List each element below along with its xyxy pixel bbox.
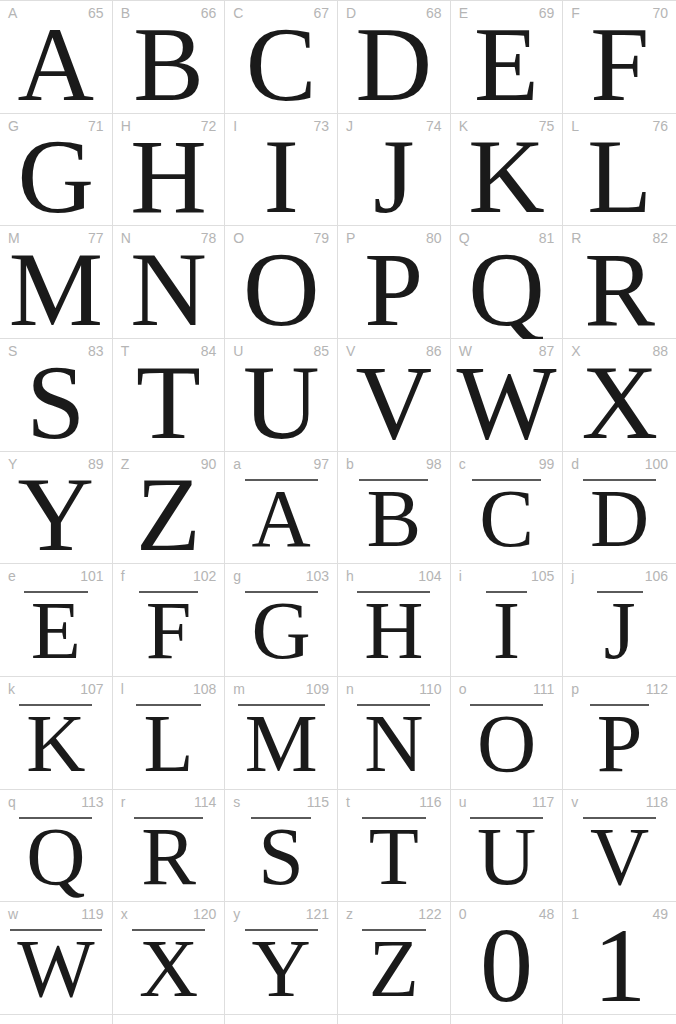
glyph: T: [362, 817, 426, 890]
glyph-wrap: 1: [563, 902, 676, 1014]
glyph-cell: w 119 W: [0, 902, 113, 1015]
glyph-cell: a 97 A: [225, 452, 338, 565]
glyph-wrap: M: [0, 226, 112, 338]
glyph: V: [583, 817, 656, 890]
glyph-wrap: B: [113, 1, 225, 113]
glyph: R: [584, 237, 655, 343]
glyph-wrap: D: [338, 1, 450, 113]
glyph: Z: [136, 462, 201, 568]
glyph-wrap: I: [451, 564, 563, 676]
glyph: F: [139, 591, 199, 664]
glyph-cell: z 122 Z: [338, 902, 451, 1015]
glyph: K: [19, 704, 92, 777]
glyph: B: [133, 12, 204, 118]
glyph: 0: [480, 913, 533, 1019]
glyph-cell: d 100 D: [563, 452, 676, 565]
glyph-wrap: V: [338, 339, 450, 451]
glyph: U: [243, 350, 320, 456]
glyph: D: [356, 12, 433, 118]
glyph-wrap: D: [563, 452, 676, 564]
glyph-wrap: P: [563, 677, 676, 789]
glyph-wrap: O: [451, 677, 563, 789]
glyph: O: [470, 704, 543, 777]
glyph-cell: 1 49 1: [563, 902, 676, 1015]
glyph-wrap: J: [338, 114, 450, 226]
glyph-cell: 0 48 0: [451, 902, 564, 1015]
glyph-wrap: A: [0, 1, 112, 113]
glyph: E: [474, 12, 539, 118]
glyph: C: [472, 479, 541, 552]
glyph-cell: D 68 D: [338, 1, 451, 114]
glyph: K: [468, 124, 545, 230]
glyph-cell-partial: [338, 1015, 451, 1024]
glyph-cell: m 109 M: [225, 677, 338, 790]
glyph-wrap: Y: [0, 452, 112, 564]
glyph-wrap: N: [113, 226, 225, 338]
glyph: I: [264, 124, 299, 230]
glyph-cell: n 110 N: [338, 677, 451, 790]
glyph-wrap: E: [0, 564, 112, 676]
glyph: X: [581, 350, 658, 456]
glyph-cell: l 108 L: [113, 677, 226, 790]
glyph: 1: [593, 913, 646, 1019]
glyph-wrap: T: [113, 339, 225, 451]
glyph: Q: [468, 237, 545, 343]
glyph-cell-partial: [113, 1015, 226, 1024]
glyph: V: [356, 350, 433, 456]
glyph: M: [9, 237, 103, 343]
glyph-cell: b 98 B: [338, 452, 451, 565]
glyph-cell: S 83 S: [0, 339, 113, 452]
glyph-cell: L 76 L: [563, 114, 676, 227]
glyph-cell: q 113 Q: [0, 790, 113, 903]
glyph-cell: K 75 K: [451, 114, 564, 227]
glyph-cell: F 70 F: [563, 1, 676, 114]
glyph-cell: g 103 G: [225, 564, 338, 677]
glyph-wrap: J: [563, 564, 676, 676]
glyph: N: [357, 704, 430, 777]
glyph-cell: p 112 P: [563, 677, 676, 790]
glyph: L: [136, 704, 200, 777]
glyph: P: [364, 237, 423, 343]
glyph-wrap: W: [451, 339, 563, 451]
glyph-cell: e 101 E: [0, 564, 113, 677]
glyph: B: [359, 479, 428, 552]
glyph: U: [470, 817, 543, 890]
glyph-cell: i 105 I: [451, 564, 564, 677]
glyph-wrap: X: [113, 902, 225, 1014]
glyph: M: [238, 704, 325, 777]
glyph-wrap: M: [225, 677, 337, 789]
glyph-cell: U 85 U: [225, 339, 338, 452]
glyph-wrap: V: [563, 790, 676, 902]
glyph-cell: H 72 H: [113, 114, 226, 227]
glyph-cell: c 99 C: [451, 452, 564, 565]
glyph-wrap: 0: [451, 902, 563, 1014]
glyph: L: [587, 124, 652, 230]
glyph: H: [130, 124, 207, 230]
glyph-wrap: U: [225, 339, 337, 451]
glyph: F: [590, 12, 649, 118]
glyph-wrap: K: [451, 114, 563, 226]
glyph-cell: C 67 C: [225, 1, 338, 114]
glyph-wrap: F: [113, 564, 225, 676]
glyph-cell: k 107 K: [0, 677, 113, 790]
glyph: W: [456, 350, 556, 456]
glyph-wrap: L: [563, 114, 676, 226]
glyph: Q: [19, 817, 92, 890]
glyph: G: [18, 124, 95, 230]
glyph-cell: A 65 A: [0, 1, 113, 114]
glyph: T: [136, 350, 201, 456]
glyph: J: [373, 124, 414, 230]
glyph-cell: j 106 J: [563, 564, 676, 677]
glyph-cell: W 87 W: [451, 339, 564, 452]
glyph: W: [10, 929, 101, 1002]
glyph-wrap: C: [451, 452, 563, 564]
glyph-cell: I 73 I: [225, 114, 338, 227]
glyph: H: [357, 591, 430, 664]
glyph-wrap: S: [225, 790, 337, 902]
glyph: P: [590, 704, 650, 777]
character-map-grid: A 65 A B 66 B C 67 C D 68 D E 69 E F 70: [0, 0, 676, 1024]
glyph-cell: Q 81 Q: [451, 226, 564, 339]
glyph-wrap: N: [338, 677, 450, 789]
glyph-wrap: H: [338, 564, 450, 676]
glyph-cell-partial: [563, 1015, 676, 1024]
glyph-cell: f 102 F: [113, 564, 226, 677]
glyph-cell: J 74 J: [338, 114, 451, 227]
glyph-cell: M 77 M: [0, 226, 113, 339]
glyph: N: [130, 237, 207, 343]
glyph-wrap: Y: [225, 902, 337, 1014]
glyph-wrap: F: [563, 1, 676, 113]
glyph-wrap: B: [338, 452, 450, 564]
glyph-wrap: S: [0, 339, 112, 451]
glyph: S: [251, 817, 311, 890]
glyph-cell-partial: [451, 1015, 564, 1024]
glyph: E: [24, 591, 88, 664]
glyph-cell: h 104 H: [338, 564, 451, 677]
glyph-cell-partial: [225, 1015, 338, 1024]
glyph: Y: [18, 462, 95, 568]
glyph-cell: R 82 R: [563, 226, 676, 339]
glyph-cell: Y 89 Y: [0, 452, 113, 565]
glyph: A: [245, 479, 318, 552]
glyph-wrap: I: [225, 114, 337, 226]
glyph-cell: r 114 R: [113, 790, 226, 903]
glyph-cell: B 66 B: [113, 1, 226, 114]
glyph-cell: O 79 O: [225, 226, 338, 339]
glyph-cell-partial: [0, 1015, 113, 1024]
glyph: Y: [245, 929, 318, 1002]
glyph-cell: N 78 N: [113, 226, 226, 339]
glyph-cell: Z 90 Z: [113, 452, 226, 565]
glyph-wrap: W: [0, 902, 112, 1014]
glyph-cell: y 121 Y: [225, 902, 338, 1015]
glyph-cell: x 120 X: [113, 902, 226, 1015]
glyph-wrap: C: [225, 1, 337, 113]
glyph: C: [246, 12, 317, 118]
glyph-wrap: G: [225, 564, 337, 676]
glyph-wrap: Q: [451, 226, 563, 338]
glyph-cell: v 118 V: [563, 790, 676, 903]
glyph-wrap: O: [225, 226, 337, 338]
glyph: X: [132, 929, 205, 1002]
glyph: R: [134, 817, 203, 890]
glyph-cell: G 71 G: [0, 114, 113, 227]
glyph-cell: V 86 V: [338, 339, 451, 452]
glyph-wrap: Z: [113, 452, 225, 564]
glyph-wrap: X: [563, 339, 676, 451]
glyph-wrap: U: [451, 790, 563, 902]
glyph-wrap: H: [113, 114, 225, 226]
glyph-cell: s 115 S: [225, 790, 338, 903]
glyph-wrap: A: [225, 452, 337, 564]
glyph-cell: o 111 O: [451, 677, 564, 790]
glyph-cell: X 88 X: [563, 339, 676, 452]
glyph: Z: [362, 929, 426, 1002]
glyph-wrap: E: [451, 1, 563, 113]
glyph: I: [486, 591, 527, 664]
glyph-wrap: G: [0, 114, 112, 226]
glyph-wrap: R: [113, 790, 225, 902]
glyph-wrap: Q: [0, 790, 112, 902]
glyph: O: [243, 237, 320, 343]
glyph: G: [245, 591, 318, 664]
glyph-wrap: P: [338, 226, 450, 338]
glyph-cell: t 116 T: [338, 790, 451, 903]
glyph: J: [597, 591, 643, 664]
glyph-cell: E 69 E: [451, 1, 564, 114]
glyph-cell: T 84 T: [113, 339, 226, 452]
glyph-wrap: T: [338, 790, 450, 902]
glyph-wrap: L: [113, 677, 225, 789]
glyph-cell: P 80 P: [338, 226, 451, 339]
glyph-wrap: R: [563, 226, 676, 338]
glyph-wrap: Z: [338, 902, 450, 1014]
glyph-cell: u 117 U: [451, 790, 564, 903]
glyph: D: [583, 479, 656, 552]
glyph-wrap: K: [0, 677, 112, 789]
glyph: S: [26, 350, 85, 456]
glyph: A: [18, 12, 95, 118]
